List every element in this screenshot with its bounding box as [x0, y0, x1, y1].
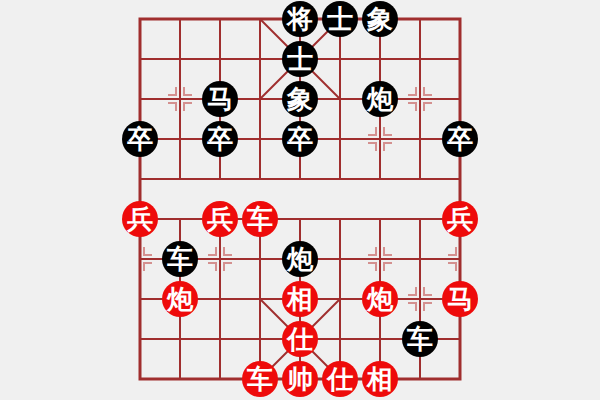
piece-black-卒[interactable]: 卒: [202, 121, 238, 157]
board-point: [240, 319, 280, 359]
board-point: 帅: [280, 359, 320, 399]
board-point: 相: [360, 359, 400, 399]
board-point: [440, 239, 480, 279]
piece-black-炮[interactable]: 炮: [282, 241, 318, 277]
piece-red-马[interactable]: 马: [442, 281, 478, 317]
board-point: 炮: [360, 279, 400, 319]
board-point: [360, 199, 400, 239]
board-point: [240, 279, 280, 319]
board-point: [120, 79, 160, 119]
board-point: 车: [400, 319, 440, 359]
board-point: [320, 319, 360, 359]
board-point: [360, 159, 400, 199]
board-point: [160, 319, 200, 359]
board-point: 马: [200, 79, 240, 119]
piece-red-炮[interactable]: 炮: [362, 281, 398, 317]
board-point: [120, 319, 160, 359]
board-point: 象: [280, 79, 320, 119]
board-point: [240, 39, 280, 79]
board-point: 仕: [320, 359, 360, 399]
board-point: [240, 119, 280, 159]
board-point: [400, 79, 440, 119]
board-point: [440, 79, 480, 119]
piece-red-兵[interactable]: 兵: [202, 201, 238, 237]
piece-black-卒[interactable]: 卒: [442, 121, 478, 157]
piece-red-仕[interactable]: 仕: [282, 321, 318, 357]
piece-red-车[interactable]: 车: [242, 201, 278, 237]
board-point: 车: [240, 359, 280, 399]
board-point: 炮: [360, 79, 400, 119]
xiangqi-board-screenshot: 将士象士马象炮卒卒卒卒兵兵车兵车炮炮相炮马仕车车帅仕相: [0, 0, 600, 400]
board-point: [440, 0, 480, 39]
board-point: [280, 159, 320, 199]
board-point: [200, 0, 240, 39]
piece-black-象[interactable]: 象: [282, 81, 318, 117]
board-point: 卒: [200, 119, 240, 159]
board-point: [280, 199, 320, 239]
piece-red-仕[interactable]: 仕: [322, 361, 358, 397]
board-point: 相: [280, 279, 320, 319]
piece-black-卒[interactable]: 卒: [282, 121, 318, 157]
piece-red-相[interactable]: 相: [362, 361, 398, 397]
xiangqi-board: 将士象士马象炮卒卒卒卒兵兵车兵车炮炮相炮马仕车车帅仕相: [120, 0, 480, 399]
board-point: 马: [440, 279, 480, 319]
board-point: [120, 159, 160, 199]
board-point: [160, 119, 200, 159]
board-point: [320, 119, 360, 159]
piece-black-士[interactable]: 士: [322, 1, 358, 37]
board-point: [320, 79, 360, 119]
board-point: [120, 39, 160, 79]
board-point: [160, 79, 200, 119]
board-point: 车: [240, 199, 280, 239]
board-point: [160, 0, 200, 39]
board-point: 卒: [120, 119, 160, 159]
board-point: [120, 279, 160, 319]
board-point: [320, 159, 360, 199]
board-point: [200, 279, 240, 319]
board-point: [200, 239, 240, 279]
board-point: [440, 319, 480, 359]
board-point: 兵: [440, 199, 480, 239]
board-point: 卒: [440, 119, 480, 159]
piece-black-将[interactable]: 将: [282, 1, 318, 37]
board-point: [440, 39, 480, 79]
board-point: [360, 319, 400, 359]
board-point: [400, 159, 440, 199]
piece-black-马[interactable]: 马: [202, 81, 238, 117]
piece-red-炮[interactable]: 炮: [162, 281, 198, 317]
board-point: 仕: [280, 319, 320, 359]
board-point: [440, 359, 480, 399]
board-point: [400, 239, 440, 279]
board-point: [160, 359, 200, 399]
board-point: [400, 119, 440, 159]
board-point: 卒: [280, 119, 320, 159]
board-point: [360, 239, 400, 279]
board-point: 炮: [160, 279, 200, 319]
board-point: [160, 199, 200, 239]
board-point: [320, 199, 360, 239]
board-point: [160, 159, 200, 199]
board-point: 士: [280, 39, 320, 79]
board-point: [240, 239, 280, 279]
board-point: [320, 239, 360, 279]
piece-red-兵[interactable]: 兵: [122, 201, 158, 237]
piece-black-车[interactable]: 车: [402, 321, 438, 357]
board-point: 兵: [120, 199, 160, 239]
board-point: [120, 0, 160, 39]
board-point: [320, 39, 360, 79]
board-point: [400, 359, 440, 399]
board-point: [400, 279, 440, 319]
board-point: [240, 159, 280, 199]
board-point: [120, 359, 160, 399]
board-point: 将: [280, 0, 320, 39]
piece-red-帅[interactable]: 帅: [282, 361, 318, 397]
piece-black-象[interactable]: 象: [362, 1, 398, 37]
piece-black-卒[interactable]: 卒: [122, 121, 158, 157]
board-point: [400, 199, 440, 239]
board-point: [200, 159, 240, 199]
board-point: 士: [320, 0, 360, 39]
board-point: [200, 319, 240, 359]
board-point: [240, 0, 280, 39]
board-point: 象: [360, 0, 400, 39]
board-point: [240, 79, 280, 119]
board-point: [400, 0, 440, 39]
board-point: [360, 119, 400, 159]
piece-black-士[interactable]: 士: [282, 41, 318, 77]
board-point: [400, 39, 440, 79]
piece-red-相[interactable]: 相: [282, 281, 318, 317]
board-point: [360, 39, 400, 79]
board-point: [120, 239, 160, 279]
board-point: [200, 39, 240, 79]
piece-black-炮[interactable]: 炮: [362, 81, 398, 117]
piece-black-车[interactable]: 车: [162, 241, 198, 277]
piece-red-车[interactable]: 车: [242, 361, 278, 397]
board-point: [200, 359, 240, 399]
board-point: [160, 39, 200, 79]
board-point: [320, 279, 360, 319]
board-point: 炮: [280, 239, 320, 279]
piece-red-兵[interactable]: 兵: [442, 201, 478, 237]
board-point: 兵: [200, 199, 240, 239]
board-point: [440, 159, 480, 199]
board-point: 车: [160, 239, 200, 279]
